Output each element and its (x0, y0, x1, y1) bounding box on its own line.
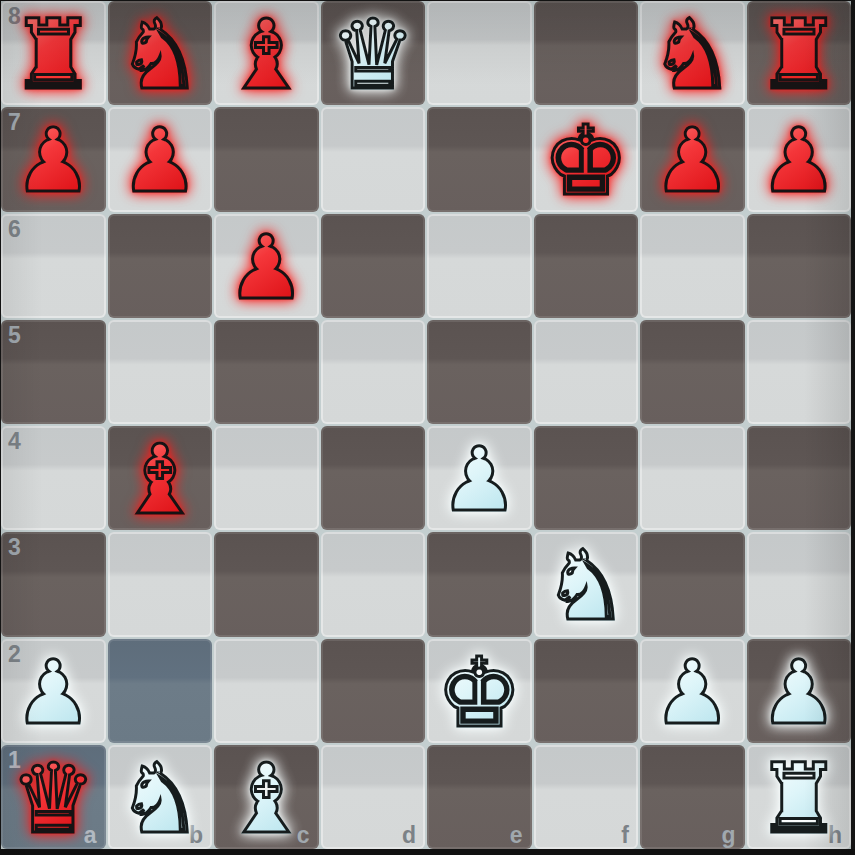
piece-white-pawn[interactable]: ♟ (640, 641, 745, 743)
square-h3[interactable] (747, 532, 852, 636)
piece-red-pawn[interactable]: ♟ (747, 109, 852, 211)
square-b6[interactable] (108, 214, 213, 318)
square-f1[interactable]: f (534, 745, 639, 849)
square-d2[interactable] (321, 639, 426, 743)
square-c2[interactable] (214, 639, 319, 743)
square-d4[interactable] (321, 426, 426, 530)
piece-white-pawn[interactable]: ♟ (747, 641, 852, 743)
square-h7[interactable]: ♟ (747, 107, 852, 211)
square-g4[interactable] (640, 426, 745, 530)
square-d5[interactable] (321, 320, 426, 424)
square-e8[interactable] (427, 1, 532, 105)
square-f5[interactable] (534, 320, 639, 424)
square-d7[interactable] (321, 107, 426, 211)
square-b7[interactable]: ♟ (108, 107, 213, 211)
piece-red-king[interactable]: ♚ (534, 109, 639, 211)
square-a2[interactable]: 2♟ (1, 639, 106, 743)
square-b8[interactable]: ♞ (108, 1, 213, 105)
piece-red-pawn[interactable]: ♟ (108, 109, 213, 211)
rank-label-6: 6 (8, 218, 21, 241)
square-g1[interactable]: g (640, 745, 745, 849)
piece-white-knight[interactable]: ♞ (108, 747, 213, 849)
square-g3[interactable] (640, 532, 745, 636)
square-g7[interactable]: ♟ (640, 107, 745, 211)
square-b4[interactable]: ♝ (108, 426, 213, 530)
square-h8[interactable]: ♜ (747, 1, 852, 105)
board-edge-right (851, 0, 855, 855)
square-c3[interactable] (214, 532, 319, 636)
square-e6[interactable] (427, 214, 532, 318)
square-e5[interactable] (427, 320, 532, 424)
square-a4[interactable]: 4 (1, 426, 106, 530)
square-b2[interactable] (108, 639, 213, 743)
piece-white-knight[interactable]: ♞ (534, 534, 639, 636)
square-g8[interactable]: ♞ (640, 1, 745, 105)
square-f6[interactable] (534, 214, 639, 318)
square-h1[interactable]: h♜ (747, 745, 852, 849)
board: 8♜♞♝♛♞♜7♟♟♚♟♟6♟54♝♟3♞2♟♚♟♟1a♛b♞c♝defgh♜ (1, 1, 851, 849)
square-a6[interactable]: 6 (1, 214, 106, 318)
chess-board-window: 8♜♞♝♛♞♜7♟♟♚♟♟6♟54♝♟3♞2♟♚♟♟1a♛b♞c♝defgh♜ (0, 0, 855, 855)
piece-white-king[interactable]: ♚ (427, 641, 532, 743)
square-c5[interactable] (214, 320, 319, 424)
square-e4[interactable]: ♟ (427, 426, 532, 530)
square-c4[interactable] (214, 426, 319, 530)
rank-label-4: 4 (8, 430, 21, 453)
piece-white-rook[interactable]: ♜ (747, 747, 852, 849)
square-f7[interactable]: ♚ (534, 107, 639, 211)
square-e2[interactable]: ♚ (427, 639, 532, 743)
square-b1[interactable]: b♞ (108, 745, 213, 849)
piece-red-pawn[interactable]: ♟ (214, 216, 319, 318)
piece-red-pawn[interactable]: ♟ (640, 109, 745, 211)
square-e1[interactable]: e (427, 745, 532, 849)
rank-label-3: 3 (8, 536, 21, 559)
piece-red-queen[interactable]: ♛ (1, 747, 106, 849)
square-f4[interactable] (534, 426, 639, 530)
square-h2[interactable]: ♟ (747, 639, 852, 743)
piece-red-pawn[interactable]: ♟ (1, 109, 106, 211)
file-label-d: d (402, 824, 416, 847)
square-c1[interactable]: c♝ (214, 745, 319, 849)
piece-red-knight[interactable]: ♞ (108, 3, 213, 105)
square-d3[interactable] (321, 532, 426, 636)
square-h4[interactable] (747, 426, 852, 530)
piece-red-rook[interactable]: ♜ (1, 3, 106, 105)
piece-white-bishop[interactable]: ♝ (214, 747, 319, 849)
square-c8[interactable]: ♝ (214, 1, 319, 105)
piece-red-rook[interactable]: ♜ (747, 3, 852, 105)
square-e7[interactable] (427, 107, 532, 211)
piece-red-bishop[interactable]: ♝ (214, 3, 319, 105)
square-d8[interactable]: ♛ (321, 1, 426, 105)
square-a3[interactable]: 3 (1, 532, 106, 636)
file-label-f: f (621, 824, 629, 847)
piece-red-knight[interactable]: ♞ (640, 3, 745, 105)
square-f8[interactable] (534, 1, 639, 105)
square-d1[interactable]: d (321, 745, 426, 849)
square-g5[interactable] (640, 320, 745, 424)
square-a7[interactable]: 7♟ (1, 107, 106, 211)
piece-red-bishop[interactable]: ♝ (108, 428, 213, 530)
square-a1[interactable]: 1a♛ (1, 745, 106, 849)
square-e3[interactable] (427, 532, 532, 636)
square-a5[interactable]: 5 (1, 320, 106, 424)
square-b5[interactable] (108, 320, 213, 424)
square-c7[interactable] (214, 107, 319, 211)
board-edge-bottom (0, 849, 855, 855)
square-f3[interactable]: ♞ (534, 532, 639, 636)
square-h5[interactable] (747, 320, 852, 424)
piece-white-pawn[interactable]: ♟ (1, 641, 106, 743)
square-c6[interactable]: ♟ (214, 214, 319, 318)
square-f2[interactable] (534, 639, 639, 743)
square-a8[interactable]: 8♜ (1, 1, 106, 105)
square-b3[interactable] (108, 532, 213, 636)
square-g2[interactable]: ♟ (640, 639, 745, 743)
piece-white-pawn[interactable]: ♟ (427, 428, 532, 530)
piece-white-queen[interactable]: ♛ (321, 3, 426, 105)
square-h6[interactable] (747, 214, 852, 318)
rank-label-5: 5 (8, 324, 21, 347)
file-label-e: e (510, 824, 523, 847)
square-g6[interactable] (640, 214, 745, 318)
file-label-g: g (721, 824, 735, 847)
square-d6[interactable] (321, 214, 426, 318)
